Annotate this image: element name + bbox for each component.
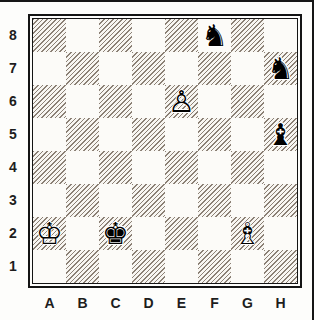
rank-label-6: 6: [1, 85, 25, 118]
file-label-E: E: [165, 293, 198, 313]
square-f7: [198, 52, 231, 85]
square-e3: [165, 184, 198, 217]
file-label-D: D: [132, 293, 165, 313]
square-a6: [33, 85, 66, 118]
square-f1: [198, 250, 231, 283]
square-b6: [66, 85, 99, 118]
square-a3: [33, 184, 66, 217]
square-d5: [132, 118, 165, 151]
square-d8: [132, 19, 165, 52]
square-g2: ♗: [231, 217, 264, 250]
square-d6: [132, 85, 165, 118]
black-knight-f8: ♞: [201, 19, 228, 52]
square-a7: [33, 52, 66, 85]
square-b1: [66, 250, 99, 283]
square-f2: [198, 217, 231, 250]
square-g5: [231, 118, 264, 151]
square-a4: [33, 151, 66, 184]
square-d7: [132, 52, 165, 85]
file-label-G: G: [231, 293, 264, 313]
square-e5: [165, 118, 198, 151]
white-pawn-e6: ♙: [168, 85, 195, 118]
square-b5: [66, 118, 99, 151]
file-label-F: F: [198, 293, 231, 313]
square-e2: [165, 217, 198, 250]
square-d1: [132, 250, 165, 283]
square-e4: [165, 151, 198, 184]
square-h6: [264, 85, 297, 118]
square-b2: [66, 217, 99, 250]
square-c3: [99, 184, 132, 217]
file-label-A: A: [33, 293, 66, 313]
rank-label-4: 4: [1, 151, 25, 184]
board-frame: ♞♞♙♝♔♚♗: [28, 14, 302, 288]
square-g3: [231, 184, 264, 217]
square-d2: [132, 217, 165, 250]
file-labels: ABCDEFGH: [33, 293, 297, 313]
square-e7: [165, 52, 198, 85]
rank-label-8: 8: [1, 19, 25, 52]
square-c2: ♚: [99, 217, 132, 250]
square-h7: ♞: [264, 52, 297, 85]
square-h3: [264, 184, 297, 217]
square-b3: [66, 184, 99, 217]
square-c7: [99, 52, 132, 85]
black-bishop-h5: ♝: [267, 118, 294, 151]
white-king-a2: ♔: [36, 217, 63, 250]
board-inner-border: ♞♞♙♝♔♚♗: [32, 18, 298, 284]
black-knight-h7: ♞: [267, 52, 294, 85]
square-b7: [66, 52, 99, 85]
square-f6: [198, 85, 231, 118]
square-h4: [264, 151, 297, 184]
square-b8: [66, 19, 99, 52]
file-label-H: H: [264, 293, 297, 313]
square-c4: [99, 151, 132, 184]
square-g4: [231, 151, 264, 184]
square-g8: [231, 19, 264, 52]
square-a1: [33, 250, 66, 283]
square-e1: [165, 250, 198, 283]
rank-label-3: 3: [1, 184, 25, 217]
square-g7: [231, 52, 264, 85]
rank-label-5: 5: [1, 118, 25, 151]
file-label-C: C: [99, 293, 132, 313]
rank-labels: 87654321: [1, 19, 25, 283]
file-label-B: B: [66, 293, 99, 313]
square-d3: [132, 184, 165, 217]
black-king-c2: ♚: [102, 217, 129, 250]
square-g6: [231, 85, 264, 118]
rank-label-2: 2: [1, 217, 25, 250]
square-f5: [198, 118, 231, 151]
square-a5: [33, 118, 66, 151]
chess-board: ♞♞♙♝♔♚♗: [33, 19, 297, 283]
square-f4: [198, 151, 231, 184]
square-h5: ♝: [264, 118, 297, 151]
rank-label-1: 1: [1, 250, 25, 283]
square-c1: [99, 250, 132, 283]
square-h8: [264, 19, 297, 52]
white-bishop-g2: ♗: [234, 217, 261, 250]
square-c5: [99, 118, 132, 151]
square-d4: [132, 151, 165, 184]
rank-label-7: 7: [1, 52, 25, 85]
square-b4: [66, 151, 99, 184]
square-c8: [99, 19, 132, 52]
square-a8: [33, 19, 66, 52]
square-c6: [99, 85, 132, 118]
square-h2: [264, 217, 297, 250]
square-a2: ♔: [33, 217, 66, 250]
square-e6: ♙: [165, 85, 198, 118]
square-h1: [264, 250, 297, 283]
page: 87654321 ♞♞♙♝♔♚♗ ABCDEFGH: [0, 0, 314, 320]
square-e8: [165, 19, 198, 52]
square-g1: [231, 250, 264, 283]
square-f3: [198, 184, 231, 217]
square-f8: ♞: [198, 19, 231, 52]
